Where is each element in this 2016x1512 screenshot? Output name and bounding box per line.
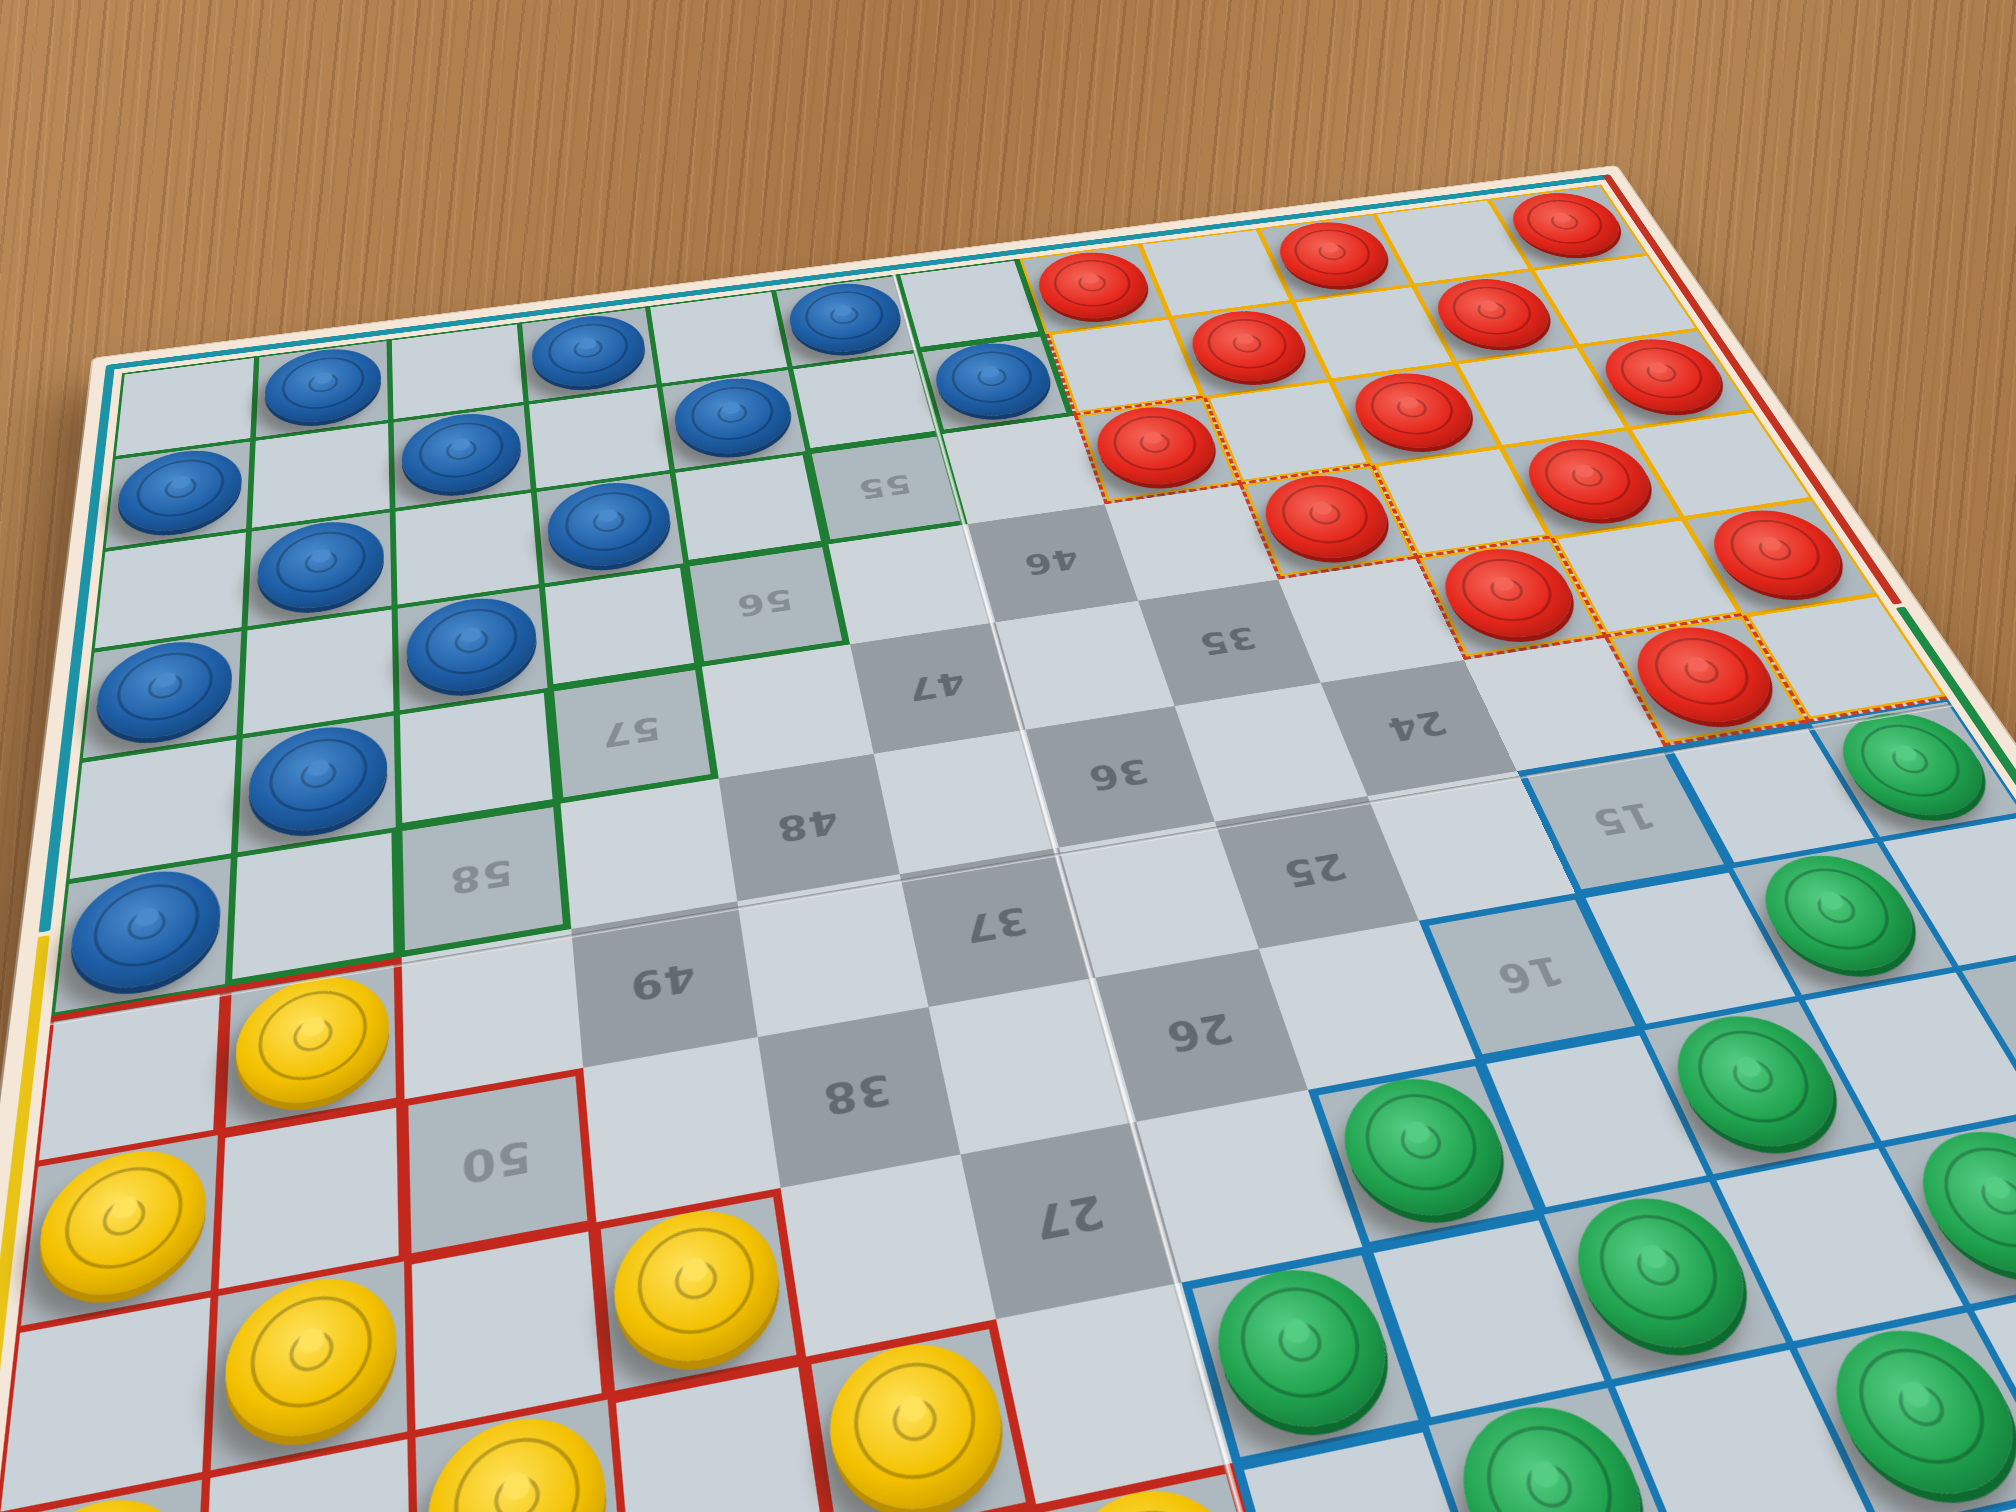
square-number: 57 <box>551 667 714 800</box>
board-grid: 7167615343317268625444326963554533217064… <box>0 184 2016 1512</box>
square-number: 56 <box>686 545 845 664</box>
square-number: 58 <box>399 804 566 953</box>
square-number: 55 <box>809 435 964 542</box>
scene: 7167615343317268625444326963554533217064… <box>0 0 2016 1512</box>
game-board: 7167615343317268625444326963554533217064… <box>0 166 2016 1512</box>
